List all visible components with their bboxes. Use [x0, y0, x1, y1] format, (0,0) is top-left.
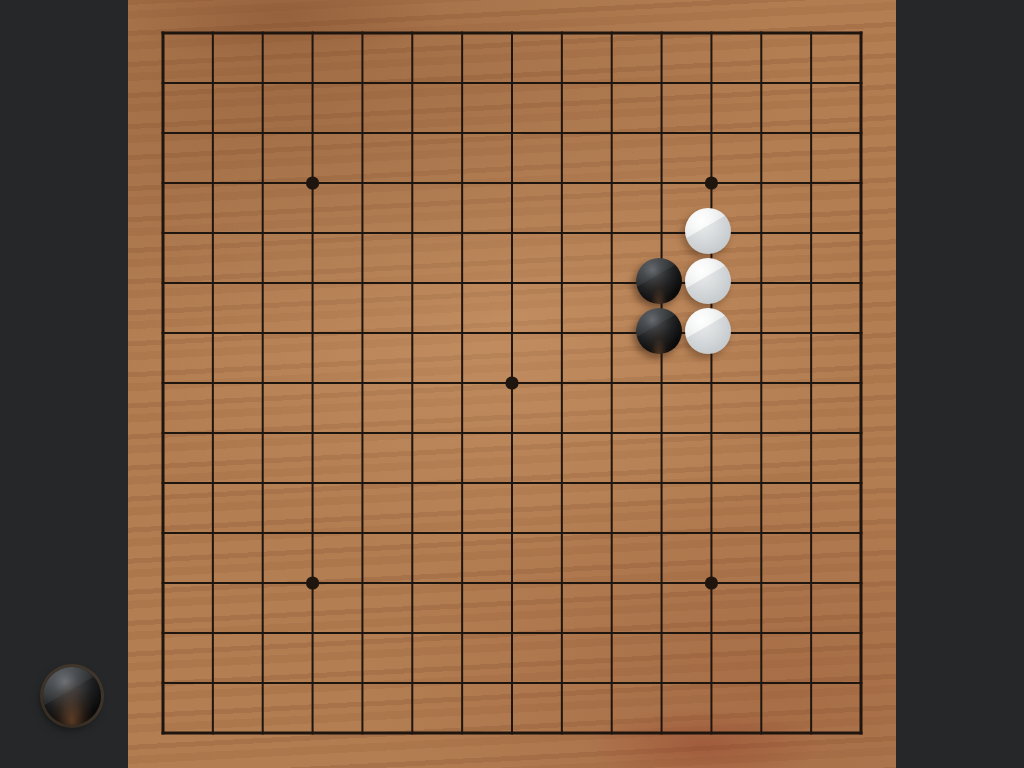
intersection[interactable]	[437, 458, 487, 508]
intersection[interactable]	[288, 358, 338, 408]
intersection[interactable]	[387, 708, 437, 758]
intersection[interactable]	[238, 708, 288, 758]
intersection[interactable]	[786, 458, 836, 508]
intersection[interactable]	[337, 108, 387, 158]
intersection[interactable]	[238, 258, 288, 308]
intersection[interactable]	[288, 308, 338, 358]
intersection[interactable]	[637, 158, 687, 208]
intersection[interactable]	[487, 458, 537, 508]
intersection[interactable]	[138, 158, 188, 208]
intersection[interactable]	[188, 158, 238, 208]
intersection[interactable]	[736, 258, 786, 308]
intersection[interactable]	[437, 508, 487, 558]
intersection[interactable]	[736, 558, 786, 608]
intersection[interactable]	[437, 8, 487, 58]
intersection[interactable]	[487, 158, 537, 208]
intersection[interactable]	[337, 358, 387, 408]
intersection[interactable]	[337, 658, 387, 708]
intersection[interactable]	[437, 408, 487, 458]
intersection[interactable]	[138, 458, 188, 508]
intersection[interactable]	[188, 8, 238, 58]
intersection[interactable]	[387, 658, 437, 708]
intersection[interactable]	[238, 608, 288, 658]
intersection[interactable]	[587, 408, 637, 458]
intersection[interactable]	[637, 58, 687, 108]
black-stone	[636, 258, 682, 304]
intersection[interactable]	[487, 208, 537, 258]
intersection[interactable]	[686, 308, 736, 358]
intersection[interactable]	[138, 8, 188, 58]
intersection[interactable]	[537, 708, 587, 758]
intersection[interactable]	[337, 208, 387, 258]
intersection[interactable]	[437, 108, 487, 158]
intersection[interactable]	[188, 708, 238, 758]
intersection[interactable]	[288, 108, 338, 158]
intersection[interactable]	[587, 608, 637, 658]
intersection[interactable]	[537, 8, 587, 58]
intersection[interactable]	[288, 458, 338, 508]
intersection[interactable]	[786, 158, 836, 208]
intersection[interactable]	[836, 658, 886, 708]
intersection[interactable]	[587, 458, 637, 508]
intersection[interactable]	[188, 408, 238, 458]
intersection[interactable]	[537, 208, 587, 258]
intersection[interactable]	[387, 58, 437, 108]
intersection[interactable]	[637, 108, 687, 158]
intersection[interactable]	[686, 458, 736, 508]
intersection[interactable]	[437, 558, 487, 608]
intersection[interactable]	[188, 208, 238, 258]
intersection[interactable]	[587, 658, 637, 708]
intersection[interactable]	[736, 658, 786, 708]
intersection[interactable]	[437, 208, 487, 258]
intersection[interactable]	[238, 158, 288, 208]
intersection[interactable]	[736, 8, 786, 58]
intersection[interactable]	[337, 258, 387, 308]
intersection[interactable]	[288, 408, 338, 458]
intersection[interactable]	[537, 308, 587, 358]
intersection[interactable]	[387, 608, 437, 658]
intersection[interactable]	[587, 208, 637, 258]
intersection[interactable]	[387, 8, 437, 58]
intersection[interactable]	[736, 308, 786, 358]
intersection[interactable]	[736, 458, 786, 508]
black-stone	[636, 308, 682, 354]
intersection[interactable]	[637, 208, 687, 258]
intersection[interactable]	[637, 258, 687, 308]
intersection[interactable]	[736, 158, 786, 208]
intersection[interactable]	[387, 308, 437, 358]
intersection[interactable]	[537, 608, 587, 658]
intersection[interactable]	[736, 358, 786, 408]
intersection[interactable]	[587, 58, 637, 108]
intersection[interactable]	[437, 58, 487, 108]
intersection[interactable]	[387, 108, 437, 158]
intersection[interactable]	[736, 58, 786, 108]
intersection[interactable]	[238, 508, 288, 558]
intersection[interactable]	[188, 508, 238, 558]
board-grid	[138, 8, 886, 758]
intersection[interactable]	[686, 108, 736, 158]
intersection[interactable]	[138, 108, 188, 158]
intersection[interactable]	[786, 708, 836, 758]
intersection[interactable]	[188, 558, 238, 608]
intersection[interactable]	[387, 158, 437, 208]
intersection[interactable]	[836, 8, 886, 58]
intersection[interactable]	[587, 358, 637, 408]
intersection[interactable]	[836, 358, 886, 408]
intersection[interactable]	[288, 508, 338, 558]
intersection[interactable]	[238, 308, 288, 358]
intersection[interactable]	[288, 608, 338, 658]
intersection[interactable]	[337, 608, 387, 658]
intersection[interactable]	[587, 108, 637, 158]
intersection[interactable]	[487, 658, 537, 708]
intersection[interactable]	[387, 208, 437, 258]
intersection[interactable]	[836, 708, 886, 758]
intersection[interactable]	[288, 558, 338, 608]
intersection[interactable]	[736, 108, 786, 158]
intersection[interactable]	[836, 158, 886, 208]
intersection[interactable]	[337, 708, 387, 758]
intersection[interactable]	[188, 358, 238, 408]
intersection[interactable]	[437, 358, 487, 408]
intersection[interactable]	[138, 658, 188, 708]
intersection[interactable]	[686, 658, 736, 708]
intersection[interactable]	[537, 558, 587, 608]
go-app-window	[0, 0, 1024, 768]
intersection[interactable]	[487, 308, 537, 358]
intersection[interactable]	[836, 608, 886, 658]
intersection[interactable]	[288, 8, 338, 58]
intersection[interactable]	[637, 308, 687, 358]
intersection[interactable]	[686, 258, 736, 308]
intersection[interactable]	[686, 608, 736, 658]
white-stone	[685, 208, 731, 254]
intersection[interactable]	[288, 258, 338, 308]
intersection[interactable]	[836, 58, 886, 108]
intersection[interactable]	[138, 408, 188, 458]
goban	[128, 0, 896, 768]
intersection[interactable]	[836, 408, 886, 458]
intersection[interactable]	[537, 658, 587, 708]
intersection[interactable]	[836, 208, 886, 258]
intersection[interactable]	[637, 608, 687, 658]
intersection[interactable]	[437, 258, 487, 308]
intersection[interactable]	[836, 558, 886, 608]
intersection[interactable]	[686, 558, 736, 608]
intersection[interactable]	[337, 8, 387, 58]
intersection[interactable]	[487, 108, 537, 158]
intersection[interactable]	[686, 208, 736, 258]
intersection[interactable]	[238, 208, 288, 258]
intersection[interactable]	[238, 358, 288, 408]
intersection[interactable]	[637, 358, 687, 408]
intersection[interactable]	[537, 408, 587, 458]
intersection[interactable]	[138, 608, 188, 658]
turn-indicator-black-stone	[43, 667, 101, 725]
intersection[interactable]	[188, 308, 238, 358]
intersection[interactable]	[587, 258, 637, 308]
intersection[interactable]	[238, 58, 288, 108]
intersection[interactable]	[686, 58, 736, 108]
intersection[interactable]	[138, 558, 188, 608]
intersection[interactable]	[487, 608, 537, 658]
intersection[interactable]	[188, 458, 238, 508]
intersection[interactable]	[637, 458, 687, 508]
intersection[interactable]	[337, 408, 387, 458]
intersection[interactable]	[337, 58, 387, 108]
intersection[interactable]	[288, 208, 338, 258]
intersection[interactable]	[537, 258, 587, 308]
intersection[interactable]	[337, 558, 387, 608]
intersection[interactable]	[686, 158, 736, 208]
intersection[interactable]	[686, 408, 736, 458]
intersection[interactable]	[288, 58, 338, 108]
intersection[interactable]	[836, 258, 886, 308]
intersection[interactable]	[487, 508, 537, 558]
intersection[interactable]	[637, 8, 687, 58]
intersection[interactable]	[487, 708, 537, 758]
intersection[interactable]	[786, 558, 836, 608]
intersection[interactable]	[587, 308, 637, 358]
intersection[interactable]	[786, 508, 836, 558]
intersection[interactable]	[836, 458, 886, 508]
intersection[interactable]	[786, 608, 836, 658]
intersection[interactable]	[487, 408, 537, 458]
intersection[interactable]	[637, 658, 687, 708]
intersection[interactable]	[786, 258, 836, 308]
intersection[interactable]	[437, 658, 487, 708]
intersection[interactable]	[686, 358, 736, 408]
intersection[interactable]	[138, 258, 188, 308]
intersection[interactable]	[786, 208, 836, 258]
intersection[interactable]	[637, 708, 687, 758]
intersection[interactable]	[238, 458, 288, 508]
intersection[interactable]	[437, 308, 487, 358]
intersection[interactable]	[238, 8, 288, 58]
intersection[interactable]	[138, 358, 188, 408]
intersection[interactable]	[537, 508, 587, 558]
intersection[interactable]	[786, 58, 836, 108]
intersection[interactable]	[736, 508, 786, 558]
intersection[interactable]	[686, 8, 736, 58]
intersection[interactable]	[188, 258, 238, 308]
intersection[interactable]	[188, 108, 238, 158]
intersection[interactable]	[686, 508, 736, 558]
intersection[interactable]	[786, 308, 836, 358]
intersection[interactable]	[537, 158, 587, 208]
intersection[interactable]	[487, 58, 537, 108]
intersection[interactable]	[637, 408, 687, 458]
intersection[interactable]	[138, 308, 188, 358]
intersection[interactable]	[288, 708, 338, 758]
intersection[interactable]	[487, 558, 537, 608]
intersection[interactable]	[537, 108, 587, 158]
intersection[interactable]	[487, 358, 537, 408]
intersection[interactable]	[288, 658, 338, 708]
intersection[interactable]	[537, 58, 587, 108]
intersection[interactable]	[836, 508, 886, 558]
intersection[interactable]	[587, 558, 637, 608]
intersection[interactable]	[188, 608, 238, 658]
intersection[interactable]	[537, 458, 587, 508]
intersection[interactable]	[437, 708, 487, 758]
intersection[interactable]	[637, 508, 687, 558]
intersection[interactable]	[487, 258, 537, 308]
intersection[interactable]	[188, 658, 238, 708]
intersection[interactable]	[587, 158, 637, 208]
intersection[interactable]	[736, 208, 786, 258]
white-stone	[685, 258, 731, 304]
intersection[interactable]	[487, 8, 537, 58]
intersection[interactable]	[387, 258, 437, 308]
intersection[interactable]	[537, 358, 587, 408]
intersection[interactable]	[188, 58, 238, 108]
intersection[interactable]	[387, 408, 437, 458]
intersection[interactable]	[786, 408, 836, 458]
intersection[interactable]	[836, 308, 886, 358]
intersection[interactable]	[587, 8, 637, 58]
intersection[interactable]	[138, 58, 188, 108]
intersection[interactable]	[337, 508, 387, 558]
intersection[interactable]	[337, 308, 387, 358]
intersection[interactable]	[736, 708, 786, 758]
intersection[interactable]	[138, 208, 188, 258]
intersection[interactable]	[587, 708, 637, 758]
intersection[interactable]	[786, 358, 836, 408]
intersection[interactable]	[138, 508, 188, 558]
intersection[interactable]	[238, 408, 288, 458]
intersection[interactable]	[786, 658, 836, 708]
intersection[interactable]	[238, 108, 288, 158]
white-stone	[685, 308, 731, 354]
intersection[interactable]	[637, 558, 687, 608]
intersection[interactable]	[387, 358, 437, 408]
intersection[interactable]	[437, 158, 487, 208]
intersection[interactable]	[437, 608, 487, 658]
intersection[interactable]	[587, 508, 637, 558]
intersection[interactable]	[387, 458, 437, 508]
intersection[interactable]	[337, 458, 387, 508]
intersection[interactable]	[736, 608, 786, 658]
intersection[interactable]	[138, 708, 188, 758]
intersection[interactable]	[238, 558, 288, 608]
intersection[interactable]	[387, 508, 437, 558]
intersection[interactable]	[387, 558, 437, 608]
intersection[interactable]	[736, 408, 786, 458]
intersection[interactable]	[786, 8, 836, 58]
intersection[interactable]	[288, 158, 338, 208]
intersection[interactable]	[836, 108, 886, 158]
intersection[interactable]	[786, 108, 836, 158]
intersection[interactable]	[238, 658, 288, 708]
intersection[interactable]	[337, 158, 387, 208]
intersection[interactable]	[686, 708, 736, 758]
